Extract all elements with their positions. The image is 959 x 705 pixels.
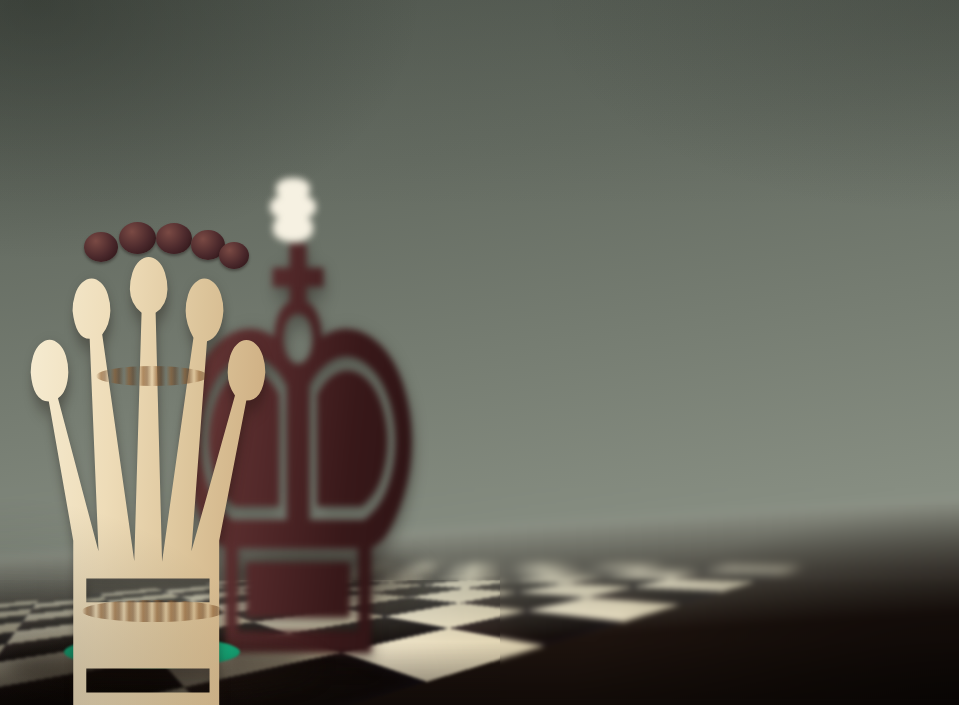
white-queen-piece-icon: ♛ bbox=[0, 186, 304, 705]
queen-burn-ornament bbox=[96, 366, 208, 386]
crown-ball-icon bbox=[156, 223, 192, 254]
photo-stage: ♚ ♛ bbox=[0, 0, 959, 705]
crown-ball-icon bbox=[219, 242, 249, 269]
crown-ball-icon bbox=[84, 232, 118, 262]
white-queen: ♛ bbox=[0, 0, 959, 705]
crown-ball-icon bbox=[119, 222, 156, 254]
queen-burn-ornament bbox=[82, 600, 224, 622]
